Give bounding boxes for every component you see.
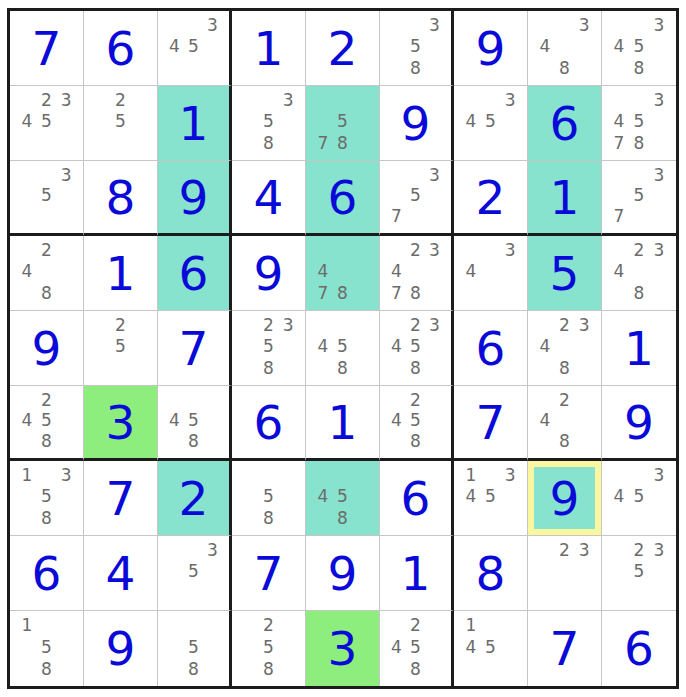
- cell-r8c5[interactable]: 9: [306, 536, 380, 611]
- candidate-empty: [203, 615, 222, 637]
- cell-value: 1: [528, 161, 601, 233]
- candidate-empty: [609, 90, 629, 111]
- candidate-empty: [500, 658, 520, 680]
- candidate-empty: [425, 206, 444, 227]
- candidate-8: 8: [37, 431, 57, 452]
- candidate-empty: [56, 411, 76, 432]
- candidate-empty: [481, 615, 501, 637]
- cell-value: 9: [84, 611, 157, 686]
- cell-value: 9: [528, 461, 601, 535]
- candidate-empty: [91, 358, 111, 379]
- candidate-empty: [500, 261, 520, 282]
- candidate-4: 4: [535, 336, 555, 357]
- candidate-empty: [278, 615, 298, 637]
- cell-r9c8[interactable]: 7: [528, 611, 602, 686]
- candidate-empty: [17, 390, 37, 411]
- candidate-empty: [387, 431, 406, 452]
- candidate-8: 8: [37, 283, 57, 304]
- candidate-empty: [333, 240, 353, 261]
- cell-r8c3[interactable]: 35: [158, 536, 232, 611]
- cell-value: 9: [158, 161, 229, 233]
- candidate-empty: [130, 111, 150, 132]
- candidate-2: 2: [629, 240, 649, 261]
- cell-r3c2[interactable]: 8: [84, 161, 158, 236]
- cell-r8c2[interactable]: 4: [84, 536, 158, 611]
- cell-value: 8: [84, 161, 157, 233]
- cell-r6c3[interactable]: 458: [158, 386, 232, 461]
- cell-r9c4[interactable]: 258: [232, 611, 306, 686]
- candidate-empty: [535, 358, 555, 379]
- candidate-empty: [649, 36, 669, 57]
- cell-value: 1: [232, 11, 305, 85]
- candidate-empty: [649, 261, 669, 282]
- candidate-5: 5: [259, 486, 279, 507]
- candidate-empty: [649, 508, 669, 529]
- candidate-grid: 2348: [602, 236, 676, 310]
- candidate-8: 8: [555, 358, 575, 379]
- cell-r7c2[interactable]: 7: [84, 461, 158, 536]
- cell-r1c8[interactable]: 348: [528, 11, 602, 86]
- candidate-empty: [500, 111, 520, 132]
- candidate-grid: 578: [306, 86, 379, 160]
- candidate-empty: [203, 583, 222, 604]
- candidate-2: 2: [111, 315, 131, 336]
- candidate-empty: [56, 240, 76, 261]
- candidate-empty: [649, 111, 669, 132]
- candidate-2: 2: [406, 615, 425, 637]
- candidate-5: 5: [406, 336, 425, 357]
- cell-r1c1[interactable]: 7: [10, 11, 84, 86]
- candidate-empty: [535, 540, 555, 561]
- cell-r3c3[interactable]: 9: [158, 161, 232, 236]
- candidate-grid: 58: [158, 611, 229, 686]
- candidate-empty: [425, 186, 444, 207]
- candidate-2: 2: [406, 315, 425, 336]
- candidate-1: 1: [17, 465, 37, 486]
- candidate-5: 5: [406, 186, 425, 207]
- candidate-3: 3: [649, 465, 669, 486]
- candidate-empty: [425, 411, 444, 432]
- candidate-empty: [629, 261, 649, 282]
- cell-r4c9[interactable]: 2348: [602, 236, 676, 311]
- candidate-3: 3: [425, 15, 444, 36]
- candidate-4: 4: [461, 637, 481, 659]
- candidate-4: 4: [461, 486, 481, 507]
- candidate-empty: [352, 261, 372, 282]
- candidate-4: 4: [461, 261, 481, 282]
- candidate-empty: [56, 508, 76, 529]
- cell-value: 6: [84, 11, 157, 85]
- candidate-grid: 235: [602, 536, 676, 610]
- cell-r6c1[interactable]: 2458: [10, 386, 84, 461]
- cell-r7c6[interactable]: 6: [380, 461, 454, 536]
- candidate-empty: [352, 465, 372, 486]
- candidate-3: 3: [574, 15, 594, 36]
- candidate-grid: 23478: [380, 236, 451, 310]
- candidate-8: 8: [333, 508, 353, 529]
- candidate-5: 5: [333, 486, 353, 507]
- cell-r5c7[interactable]: 6: [454, 311, 528, 386]
- candidate-empty: [500, 508, 520, 529]
- candidate-empty: [555, 15, 575, 36]
- cell-value: 9: [306, 536, 379, 610]
- cell-r8c7[interactable]: 8: [454, 536, 528, 611]
- cell-r8c8[interactable]: 23: [528, 536, 602, 611]
- candidate-2: 2: [555, 390, 575, 411]
- cell-r2c6[interactable]: 9: [380, 86, 454, 161]
- candidate-empty: [481, 508, 501, 529]
- cell-r7c7[interactable]: 1345: [454, 461, 528, 536]
- candidate-empty: [165, 637, 184, 659]
- candidate-empty: [91, 336, 111, 357]
- cell-r5c4[interactable]: 2358: [232, 311, 306, 386]
- candidate-empty: [555, 36, 575, 57]
- cell-r7c3[interactable]: 2: [158, 461, 232, 536]
- candidate-grid: 258: [232, 611, 305, 686]
- candidate-grid: 345: [158, 11, 229, 85]
- candidate-3: 3: [500, 240, 520, 261]
- cell-r2c8[interactable]: 6: [528, 86, 602, 161]
- candidate-empty: [130, 315, 150, 336]
- candidate-empty: [165, 540, 184, 561]
- cell-r5c9[interactable]: 1: [602, 311, 676, 386]
- cell-value: 3: [306, 611, 379, 686]
- candidate-5: 5: [37, 186, 57, 207]
- candidate-5: 5: [111, 111, 131, 132]
- candidate-empty: [165, 390, 184, 411]
- candidate-empty: [574, 336, 594, 357]
- candidate-1: 1: [461, 465, 481, 486]
- candidate-5: 5: [184, 561, 203, 582]
- candidate-grid: 1358: [10, 461, 83, 535]
- candidate-grid: 458: [306, 461, 379, 535]
- candidate-5: 5: [37, 411, 57, 432]
- candidate-2: 2: [406, 390, 425, 411]
- cell-r2c4[interactable]: 358: [232, 86, 306, 161]
- candidate-5: 5: [406, 637, 425, 659]
- candidate-grid: 345: [602, 461, 676, 535]
- candidate-empty: [425, 58, 444, 79]
- candidate-empty: [17, 186, 37, 207]
- candidate-8: 8: [555, 58, 575, 79]
- candidate-empty: [313, 111, 333, 132]
- cell-r1c5[interactable]: 2: [306, 11, 380, 86]
- cell-value: 9: [10, 311, 83, 385]
- candidate-grid: 348: [528, 11, 601, 85]
- cell-r5c8[interactable]: 2348: [528, 311, 602, 386]
- candidate-empty: [37, 133, 57, 154]
- candidate-8: 8: [333, 133, 353, 154]
- cell-r4c1[interactable]: 248: [10, 236, 84, 311]
- candidate-5: 5: [184, 411, 203, 432]
- candidate-grid: 357: [602, 161, 676, 233]
- cell-r4c6[interactable]: 23478: [380, 236, 454, 311]
- candidate-3: 3: [278, 315, 298, 336]
- candidate-empty: [203, 658, 222, 680]
- cell-value: 7: [454, 386, 527, 458]
- cell-r1c7[interactable]: 9: [454, 11, 528, 86]
- candidate-grid: 23: [528, 536, 601, 610]
- candidate-empty: [574, 390, 594, 411]
- cell-r5c6[interactable]: 23458: [380, 311, 454, 386]
- candidate-empty: [239, 315, 259, 336]
- candidate-empty: [535, 583, 555, 604]
- cell-r9c1[interactable]: 158: [10, 611, 84, 686]
- candidate-empty: [574, 411, 594, 432]
- cell-r5c1[interactable]: 9: [10, 311, 84, 386]
- candidate-empty: [203, 390, 222, 411]
- candidate-empty: [352, 111, 372, 132]
- candidate-empty: [574, 358, 594, 379]
- cell-r3c8[interactable]: 1: [528, 161, 602, 236]
- cell-r1c6[interactable]: 358: [380, 11, 454, 86]
- candidate-empty: [629, 165, 649, 186]
- candidate-3: 3: [500, 90, 520, 111]
- candidate-7: 7: [609, 133, 629, 154]
- cell-r6c7[interactable]: 7: [454, 386, 528, 461]
- candidate-5: 5: [184, 36, 203, 57]
- cell-value: 6: [306, 161, 379, 233]
- candidate-empty: [535, 561, 555, 582]
- candidate-grid: 1345: [454, 461, 527, 535]
- candidate-empty: [535, 315, 555, 336]
- cell-r2c3[interactable]: 1: [158, 86, 232, 161]
- cell-value: 1: [602, 311, 676, 385]
- cell-r3c6[interactable]: 357: [380, 161, 454, 236]
- candidate-empty: [111, 358, 131, 379]
- cell-r7c4[interactable]: 58: [232, 461, 306, 536]
- cell-r7c5[interactable]: 458: [306, 461, 380, 536]
- cell-r4c2[interactable]: 1: [84, 236, 158, 311]
- cell-r4c8[interactable]: 5: [528, 236, 602, 311]
- cell-r9c5[interactable]: 3: [306, 611, 380, 686]
- cell-r6c5[interactable]: 1: [306, 386, 380, 461]
- candidate-grid: 2345: [10, 86, 83, 160]
- candidate-3: 3: [649, 540, 669, 561]
- cell-r9c9[interactable]: 6: [602, 611, 676, 686]
- cell-value: 1: [306, 386, 379, 458]
- candidate-3: 3: [278, 90, 298, 111]
- cell-r7c9[interactable]: 345: [602, 461, 676, 536]
- candidate-4: 4: [387, 637, 406, 659]
- candidate-2: 2: [111, 90, 131, 111]
- cell-r9c3[interactable]: 58: [158, 611, 232, 686]
- candidate-3: 3: [425, 165, 444, 186]
- candidate-empty: [352, 336, 372, 357]
- candidate-8: 8: [184, 431, 203, 452]
- candidate-empty: [239, 615, 259, 637]
- candidate-empty: [184, 15, 203, 36]
- candidate-7: 7: [387, 283, 406, 304]
- cell-r8c1[interactable]: 6: [10, 536, 84, 611]
- cell-r9c7[interactable]: 145: [454, 611, 528, 686]
- candidate-8: 8: [629, 133, 649, 154]
- candidate-empty: [609, 240, 629, 261]
- candidate-empty: [17, 165, 37, 186]
- candidate-empty: [425, 658, 444, 680]
- cell-r6c9[interactable]: 9: [602, 386, 676, 461]
- cell-value: 4: [84, 536, 157, 610]
- candidate-empty: [239, 486, 259, 507]
- cell-r2c1[interactable]: 2345: [10, 86, 84, 161]
- cell-r4c4[interactable]: 9: [232, 236, 306, 311]
- cell-r5c2[interactable]: 25: [84, 311, 158, 386]
- cell-r1c3[interactable]: 345: [158, 11, 232, 86]
- candidate-empty: [17, 240, 37, 261]
- cell-r2c7[interactable]: 345: [454, 86, 528, 161]
- cell-r2c2[interactable]: 25: [84, 86, 158, 161]
- candidate-1: 1: [17, 615, 37, 637]
- candidate-empty: [649, 186, 669, 207]
- candidate-1: 1: [461, 615, 481, 637]
- cell-value: 6: [158, 236, 229, 310]
- candidate-empty: [333, 465, 353, 486]
- candidate-grid: 35: [10, 161, 83, 233]
- candidate-empty: [481, 283, 501, 304]
- candidate-empty: [352, 90, 372, 111]
- candidate-empty: [629, 583, 649, 604]
- candidate-empty: [609, 165, 629, 186]
- candidate-5: 5: [37, 111, 57, 132]
- candidate-grid: 248: [10, 236, 83, 310]
- cell-r2c5[interactable]: 578: [306, 86, 380, 161]
- cell-r5c5[interactable]: 458: [306, 311, 380, 386]
- cell-value: 1: [84, 236, 157, 310]
- candidate-empty: [203, 36, 222, 57]
- candidate-2: 2: [37, 390, 57, 411]
- candidate-empty: [313, 240, 333, 261]
- candidate-empty: [406, 261, 425, 282]
- candidate-empty: [425, 336, 444, 357]
- candidate-grid: 34578: [602, 86, 676, 160]
- cell-r8c4[interactable]: 7: [232, 536, 306, 611]
- candidate-grid: 458: [306, 311, 379, 385]
- candidate-empty: [203, 58, 222, 79]
- cell-value: 8: [454, 536, 527, 610]
- candidate-empty: [425, 615, 444, 637]
- cell-r1c2[interactable]: 6: [84, 11, 158, 86]
- candidate-5: 5: [184, 637, 203, 659]
- cell-r4c3[interactable]: 6: [158, 236, 232, 311]
- cell-r9c6[interactable]: 2458: [380, 611, 454, 686]
- cell-r1c9[interactable]: 3458: [602, 11, 676, 86]
- candidate-empty: [352, 486, 372, 507]
- candidate-empty: [387, 358, 406, 379]
- candidate-empty: [535, 58, 555, 79]
- cell-r1c4[interactable]: 1: [232, 11, 306, 86]
- candidate-3: 3: [425, 240, 444, 261]
- candidate-empty: [37, 615, 57, 637]
- candidate-7: 7: [609, 206, 629, 227]
- candidate-8: 8: [259, 508, 279, 529]
- candidate-empty: [387, 615, 406, 637]
- cell-r6c4[interactable]: 6: [232, 386, 306, 461]
- candidate-grid: 357: [380, 161, 451, 233]
- candidate-2: 2: [37, 90, 57, 111]
- candidate-3: 3: [56, 90, 76, 111]
- candidate-empty: [17, 133, 37, 154]
- cell-r8c9[interactable]: 235: [602, 536, 676, 611]
- candidate-5: 5: [259, 336, 279, 357]
- cell-r6c8[interactable]: 248: [528, 386, 602, 461]
- candidate-empty: [239, 658, 259, 680]
- candidate-empty: [555, 336, 575, 357]
- candidate-3: 3: [203, 15, 222, 36]
- candidate-empty: [352, 240, 372, 261]
- cell-r3c4[interactable]: 4: [232, 161, 306, 236]
- cell-r8c6[interactable]: 1: [380, 536, 454, 611]
- candidate-empty: [387, 165, 406, 186]
- candidate-empty: [184, 58, 203, 79]
- candidate-4: 4: [313, 261, 333, 282]
- candidate-empty: [184, 583, 203, 604]
- cell-r7c8[interactable]: 9: [528, 461, 602, 536]
- candidate-8: 8: [629, 283, 649, 304]
- candidate-3: 3: [56, 165, 76, 186]
- candidate-empty: [574, 583, 594, 604]
- candidate-empty: [406, 165, 425, 186]
- candidate-empty: [481, 90, 501, 111]
- candidate-empty: [37, 261, 57, 282]
- candidate-empty: [649, 486, 669, 507]
- candidate-8: 8: [259, 358, 279, 379]
- cell-value: 5: [528, 236, 601, 310]
- candidate-empty: [259, 465, 279, 486]
- candidate-grid: 358: [232, 86, 305, 160]
- candidate-empty: [184, 390, 203, 411]
- candidate-empty: [500, 637, 520, 659]
- candidate-8: 8: [333, 358, 353, 379]
- candidate-empty: [425, 36, 444, 57]
- candidate-empty: [461, 133, 481, 154]
- candidate-4: 4: [535, 36, 555, 57]
- cell-r4c5[interactable]: 478: [306, 236, 380, 311]
- candidate-4: 4: [609, 111, 629, 132]
- candidate-8: 8: [406, 658, 425, 680]
- candidate-empty: [555, 583, 575, 604]
- cell-r3c9[interactable]: 357: [602, 161, 676, 236]
- candidate-empty: [629, 508, 649, 529]
- cell-r9c2[interactable]: 9: [84, 611, 158, 686]
- candidate-empty: [111, 133, 131, 154]
- cell-r3c7[interactable]: 2: [454, 161, 528, 236]
- cell-r4c7[interactable]: 34: [454, 236, 528, 311]
- cell-r3c1[interactable]: 35: [10, 161, 84, 236]
- cell-value: 9: [602, 386, 676, 458]
- cell-r7c1[interactable]: 1358: [10, 461, 84, 536]
- candidate-empty: [387, 58, 406, 79]
- candidate-empty: [609, 58, 629, 79]
- cell-r6c6[interactable]: 2458: [380, 386, 454, 461]
- cell-r3c5[interactable]: 6: [306, 161, 380, 236]
- candidate-empty: [425, 261, 444, 282]
- candidate-empty: [481, 133, 501, 154]
- cell-r6c2[interactable]: 3: [84, 386, 158, 461]
- candidate-empty: [425, 431, 444, 452]
- cell-r2c9[interactable]: 34578: [602, 86, 676, 161]
- candidate-empty: [406, 15, 425, 36]
- candidate-empty: [481, 261, 501, 282]
- candidate-empty: [406, 206, 425, 227]
- candidate-empty: [278, 358, 298, 379]
- candidate-grid: 478: [306, 236, 379, 310]
- candidate-8: 8: [629, 58, 649, 79]
- candidate-8: 8: [184, 658, 203, 680]
- candidate-2: 2: [555, 315, 575, 336]
- candidate-grid: 58: [232, 461, 305, 535]
- cell-r5c3[interactable]: 7: [158, 311, 232, 386]
- candidate-5: 5: [629, 111, 649, 132]
